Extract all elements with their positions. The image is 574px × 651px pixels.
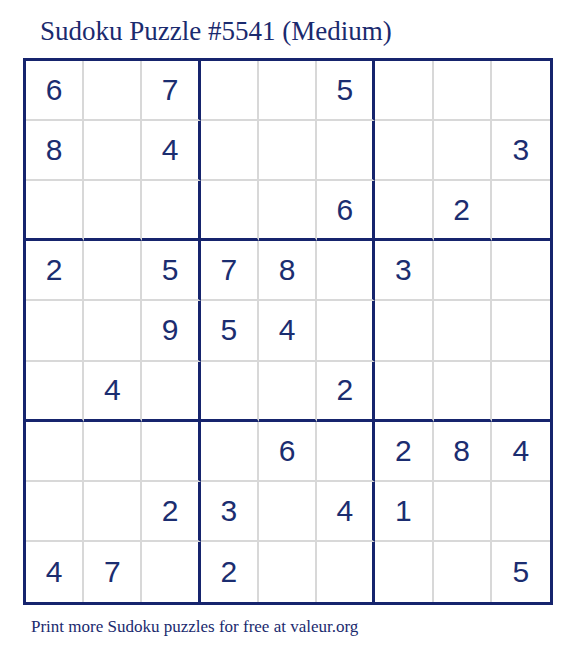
sudoku-cell [84, 482, 142, 542]
sudoku-cell: 6 [317, 181, 375, 241]
sudoku-cell: 4 [259, 301, 317, 361]
sudoku-cell: 3 [375, 241, 433, 301]
sudoku-cell [492, 301, 550, 361]
sudoku-cell [201, 181, 259, 241]
sudoku-cell [84, 301, 142, 361]
sudoku-cell: 5 [492, 542, 550, 602]
sudoku-cell [434, 301, 492, 361]
sudoku-cell [492, 181, 550, 241]
sudoku-cell [201, 121, 259, 181]
sudoku-cell [259, 121, 317, 181]
sudoku-cell [142, 362, 200, 422]
sudoku-cell [375, 181, 433, 241]
sudoku-cell [434, 61, 492, 121]
sudoku-cell [26, 422, 84, 482]
sudoku-cell [492, 482, 550, 542]
sudoku-cell [492, 61, 550, 121]
sudoku-cell: 2 [201, 542, 259, 602]
sudoku-cell: 7 [201, 241, 259, 301]
sudoku-cell: 3 [492, 121, 550, 181]
sudoku-cell [317, 301, 375, 361]
sudoku-board: 675843622578395442628423414725 [23, 58, 553, 605]
sudoku-cell [259, 482, 317, 542]
sudoku-cell [26, 362, 84, 422]
sudoku-cell [26, 181, 84, 241]
sudoku-cell: 3 [201, 482, 259, 542]
sudoku-cell [259, 181, 317, 241]
sudoku-cell: 2 [434, 181, 492, 241]
sudoku-cell: 2 [26, 241, 84, 301]
sudoku-cell [259, 61, 317, 121]
sudoku-cell [434, 241, 492, 301]
sudoku-cell [375, 61, 433, 121]
sudoku-cell [84, 422, 142, 482]
sudoku-cell [259, 362, 317, 422]
sudoku-cell: 1 [375, 482, 433, 542]
page-title: Sudoku Puzzle #5541 (Medium) [40, 16, 392, 47]
sudoku-cell: 9 [142, 301, 200, 361]
sudoku-cell [201, 362, 259, 422]
sudoku-cell: 4 [142, 121, 200, 181]
sudoku-cell [26, 301, 84, 361]
sudoku-cell [317, 542, 375, 602]
footer-note: Print more Sudoku puzzles for free at va… [31, 617, 358, 637]
sudoku-cell [26, 482, 84, 542]
sudoku-cell: 7 [84, 542, 142, 602]
sudoku-cell: 5 [201, 301, 259, 361]
sudoku-cell [142, 542, 200, 602]
sudoku-cell: 8 [26, 121, 84, 181]
sudoku-cell [434, 362, 492, 422]
sudoku-cell [492, 241, 550, 301]
sudoku-cell [142, 181, 200, 241]
sudoku-cell: 7 [142, 61, 200, 121]
sudoku-cell [434, 542, 492, 602]
sudoku-cell [375, 301, 433, 361]
sudoku-cell: 2 [375, 422, 433, 482]
sudoku-cell: 2 [142, 482, 200, 542]
sudoku-cell [434, 482, 492, 542]
sudoku-cell: 6 [259, 422, 317, 482]
sudoku-cell: 8 [434, 422, 492, 482]
sudoku-cell [317, 422, 375, 482]
sudoku-cell: 4 [492, 422, 550, 482]
sudoku-cell: 8 [259, 241, 317, 301]
sudoku-cell [375, 362, 433, 422]
sudoku-cell: 4 [26, 542, 84, 602]
sudoku-cell [434, 121, 492, 181]
sudoku-cell [375, 121, 433, 181]
sudoku-cell [317, 241, 375, 301]
sudoku-cell [142, 422, 200, 482]
sudoku-cell: 4 [317, 482, 375, 542]
sudoku-cell [84, 181, 142, 241]
sudoku-cell [84, 241, 142, 301]
sudoku-cell: 5 [317, 61, 375, 121]
sudoku-cell: 6 [26, 61, 84, 121]
sudoku-cell [84, 121, 142, 181]
sudoku-cell [492, 362, 550, 422]
sudoku-cell [84, 61, 142, 121]
sudoku-cell [201, 422, 259, 482]
sudoku-cell [201, 61, 259, 121]
sudoku-cell: 2 [317, 362, 375, 422]
sudoku-cell: 4 [84, 362, 142, 422]
sudoku-cell [317, 121, 375, 181]
sudoku-cell [259, 542, 317, 602]
sudoku-cell [375, 542, 433, 602]
sudoku-cell: 5 [142, 241, 200, 301]
